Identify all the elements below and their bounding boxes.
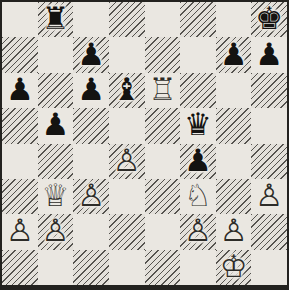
square-e5 xyxy=(145,108,181,143)
square-e4 xyxy=(145,144,181,179)
square-b7 xyxy=(38,37,74,72)
white-pawn-c3: ♙ xyxy=(77,180,105,211)
square-c5 xyxy=(73,108,109,143)
chess-board: ♜♚♟♟♟♟♟♝♖♟♛♙♟♕♙♘♙♙♙♙♙♔ xyxy=(2,2,287,285)
black-pawn-c7: ♟ xyxy=(77,39,105,70)
white-pawn-f2: ♙ xyxy=(184,215,212,246)
square-c3: ♙ xyxy=(73,179,109,214)
square-e1 xyxy=(145,250,181,285)
square-c8 xyxy=(73,2,109,37)
black-rook-b8: ♜ xyxy=(42,3,70,34)
white-queen-b3: ♕ xyxy=(42,180,70,211)
square-h1 xyxy=(251,250,287,285)
square-a5 xyxy=(2,108,38,143)
square-c1 xyxy=(73,250,109,285)
square-b3: ♕ xyxy=(38,179,74,214)
black-queen-f5: ♛ xyxy=(184,109,212,140)
square-a2: ♙ xyxy=(2,214,38,249)
square-a3 xyxy=(2,179,38,214)
square-h5 xyxy=(251,108,287,143)
square-e7 xyxy=(145,37,181,72)
square-e8 xyxy=(145,2,181,37)
square-f8 xyxy=(180,2,216,37)
black-pawn-h7: ♟ xyxy=(255,39,283,70)
square-e6: ♖ xyxy=(145,73,181,108)
square-f4: ♟ xyxy=(180,144,216,179)
square-g7: ♟ xyxy=(216,37,252,72)
square-g5 xyxy=(216,108,252,143)
square-d5 xyxy=(109,108,145,143)
square-f2: ♙ xyxy=(180,214,216,249)
black-king-h8: ♚ xyxy=(255,3,283,34)
square-d4: ♙ xyxy=(109,144,145,179)
square-h8: ♚ xyxy=(251,2,287,37)
white-pawn-h3: ♙ xyxy=(255,180,283,211)
square-a6: ♟ xyxy=(2,73,38,108)
square-a1 xyxy=(2,250,38,285)
square-c7: ♟ xyxy=(73,37,109,72)
square-b6 xyxy=(38,73,74,108)
square-f3: ♘ xyxy=(180,179,216,214)
square-h3: ♙ xyxy=(251,179,287,214)
square-d1 xyxy=(109,250,145,285)
square-g3 xyxy=(216,179,252,214)
square-f1 xyxy=(180,250,216,285)
square-g1: ♔ xyxy=(216,250,252,285)
square-g8 xyxy=(216,2,252,37)
black-pawn-a6: ♟ xyxy=(6,74,34,105)
square-f6 xyxy=(180,73,216,108)
square-b1 xyxy=(38,250,74,285)
square-b4 xyxy=(38,144,74,179)
square-h7: ♟ xyxy=(251,37,287,72)
square-h2 xyxy=(251,214,287,249)
square-b8: ♜ xyxy=(38,2,74,37)
square-a8 xyxy=(2,2,38,37)
square-f5: ♛ xyxy=(180,108,216,143)
white-pawn-a2: ♙ xyxy=(6,215,34,246)
square-d6: ♝ xyxy=(109,73,145,108)
square-f7 xyxy=(180,37,216,72)
black-pawn-g7: ♟ xyxy=(220,39,248,70)
square-d2 xyxy=(109,214,145,249)
square-h6 xyxy=(251,73,287,108)
white-king-g1: ♔ xyxy=(220,251,248,282)
white-pawn-b2: ♙ xyxy=(42,215,70,246)
square-d3 xyxy=(109,179,145,214)
white-pawn-d4: ♙ xyxy=(113,145,141,176)
black-bishop-d6: ♝ xyxy=(113,74,141,105)
square-g6 xyxy=(216,73,252,108)
chess-board-frame: ♜♚♟♟♟♟♟♝♖♟♛♙♟♕♙♘♙♙♙♙♙♔ xyxy=(0,0,289,290)
white-knight-f3: ♘ xyxy=(184,180,212,211)
square-h4 xyxy=(251,144,287,179)
square-b2: ♙ xyxy=(38,214,74,249)
square-d8 xyxy=(109,2,145,37)
white-pawn-g2: ♙ xyxy=(220,215,248,246)
square-d7 xyxy=(109,37,145,72)
square-c6: ♟ xyxy=(73,73,109,108)
square-e3 xyxy=(145,179,181,214)
black-pawn-c6: ♟ xyxy=(77,74,105,105)
white-rook-e6: ♖ xyxy=(148,74,176,105)
square-e2 xyxy=(145,214,181,249)
square-b5: ♟ xyxy=(38,108,74,143)
square-a4 xyxy=(2,144,38,179)
black-pawn-f4: ♟ xyxy=(184,145,212,176)
square-g2: ♙ xyxy=(216,214,252,249)
black-pawn-b5: ♟ xyxy=(42,109,70,140)
square-c4 xyxy=(73,144,109,179)
square-a7 xyxy=(2,37,38,72)
square-g4 xyxy=(216,144,252,179)
square-c2 xyxy=(73,214,109,249)
